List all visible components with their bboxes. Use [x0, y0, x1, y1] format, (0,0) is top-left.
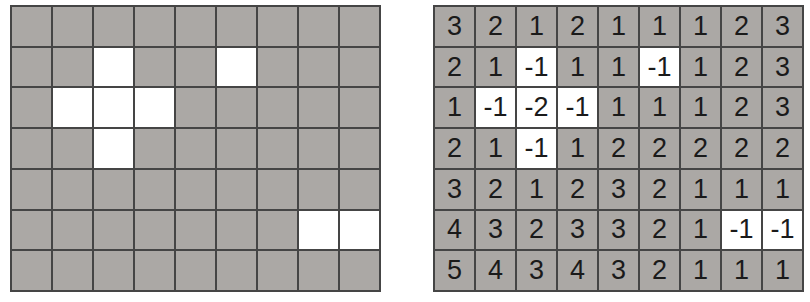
- cell-r3c4: [135, 88, 174, 127]
- cell-r3c7: 1: [681, 88, 720, 127]
- cell-r6c5: [176, 211, 215, 250]
- cell-r5c9: 1: [763, 170, 802, 209]
- cell-r3c5: [176, 88, 215, 127]
- cell-r4c4: [135, 129, 174, 168]
- cell-r4c3: -1: [517, 129, 556, 168]
- cell-r6c4: [135, 211, 174, 250]
- cell-r7c2: [53, 251, 92, 290]
- cell-r2c4: [135, 48, 174, 87]
- cell-r4c3: [94, 129, 133, 168]
- cell-r1c6: 1: [640, 7, 679, 46]
- cell-r2c8: 2: [722, 48, 761, 87]
- cell-r4c9: 2: [763, 129, 802, 168]
- cell-r3c7: [258, 88, 297, 127]
- cell-r1c8: 2: [722, 7, 761, 46]
- cell-r6c9: [340, 211, 379, 250]
- cell-r7c9: 1: [763, 251, 802, 290]
- cell-r7c4: [135, 251, 174, 290]
- cell-r6c2: 3: [476, 211, 515, 250]
- cell-r3c2: -1: [476, 88, 515, 127]
- cell-r2c5: [176, 48, 215, 87]
- cell-r6c7: 1: [681, 211, 720, 250]
- cell-r7c6: [217, 251, 256, 290]
- cell-r3c8: [299, 88, 338, 127]
- cell-r7c7: [258, 251, 297, 290]
- cell-r5c3: [94, 170, 133, 209]
- cell-r5c2: 2: [476, 170, 515, 209]
- cell-r7c1: 5: [435, 251, 474, 290]
- cell-r7c8: 1: [722, 251, 761, 290]
- cell-r5c7: 1: [681, 170, 720, 209]
- cell-r7c7: 1: [681, 251, 720, 290]
- cell-r3c6: 1: [640, 88, 679, 127]
- cell-r7c9: [340, 251, 379, 290]
- cell-r1c2: [53, 7, 92, 46]
- value-grid: 32121112321-111-11231-1-2-11112321-11222…: [433, 5, 804, 292]
- cell-r6c6: 2: [640, 211, 679, 250]
- cell-r4c1: 2: [435, 129, 474, 168]
- cell-r4c2: [53, 129, 92, 168]
- cell-r2c7: [258, 48, 297, 87]
- cell-r6c4: 3: [558, 211, 597, 250]
- cell-r2c3: [94, 48, 133, 87]
- cell-r4c8: 2: [722, 129, 761, 168]
- cell-r5c6: 2: [640, 170, 679, 209]
- cell-r1c2: 2: [476, 7, 515, 46]
- cell-r6c8: [299, 211, 338, 250]
- cell-r6c5: 3: [599, 211, 638, 250]
- cell-r5c1: 3: [435, 170, 474, 209]
- cell-r7c3: [94, 251, 133, 290]
- cell-r1c7: 1: [681, 7, 720, 46]
- cell-r1c1: [12, 7, 51, 46]
- cell-r4c4: 1: [558, 129, 597, 168]
- cell-r6c6: [217, 211, 256, 250]
- cell-r3c5: 1: [599, 88, 638, 127]
- cell-r7c8: [299, 251, 338, 290]
- cell-r1c8: [299, 7, 338, 46]
- cell-r4c6: [217, 129, 256, 168]
- cell-r2c8: [299, 48, 338, 87]
- cell-r4c5: [176, 129, 215, 168]
- cell-r2c9: [340, 48, 379, 87]
- cell-r3c3: -2: [517, 88, 556, 127]
- cell-r5c4: [135, 170, 174, 209]
- cell-r1c4: 2: [558, 7, 597, 46]
- mask-grid: [10, 5, 381, 292]
- cell-r4c1: [12, 129, 51, 168]
- cell-r6c9: -1: [763, 211, 802, 250]
- cell-r3c9: [340, 88, 379, 127]
- cell-r5c5: 3: [599, 170, 638, 209]
- cell-r2c6: -1: [640, 48, 679, 87]
- cell-r5c5: [176, 170, 215, 209]
- cell-r5c3: 1: [517, 170, 556, 209]
- cell-r3c9: 3: [763, 88, 802, 127]
- cell-r4c5: 2: [599, 129, 638, 168]
- cell-r3c4: -1: [558, 88, 597, 127]
- cell-r3c1: 1: [435, 88, 474, 127]
- cell-r4c9: [340, 129, 379, 168]
- cell-r3c3: [94, 88, 133, 127]
- cell-r1c4: [135, 7, 174, 46]
- cell-r6c3: 2: [517, 211, 556, 250]
- cell-r4c2: 1: [476, 129, 515, 168]
- cell-r5c9: [340, 170, 379, 209]
- cell-r1c5: [176, 7, 215, 46]
- cell-r2c9: 3: [763, 48, 802, 87]
- cell-r1c1: 3: [435, 7, 474, 46]
- cell-r2c2: 1: [476, 48, 515, 87]
- cell-r7c1: [12, 251, 51, 290]
- cell-r1c3: [94, 7, 133, 46]
- cell-r5c6: [217, 170, 256, 209]
- cell-r6c3: [94, 211, 133, 250]
- cell-r2c6: [217, 48, 256, 87]
- cell-r5c2: [53, 170, 92, 209]
- cell-r5c4: 2: [558, 170, 597, 209]
- cell-r7c5: 3: [599, 251, 638, 290]
- cell-r1c9: 3: [763, 7, 802, 46]
- cell-r7c2: 4: [476, 251, 515, 290]
- cell-r2c1: 2: [435, 48, 474, 87]
- cell-r6c8: -1: [722, 211, 761, 250]
- cell-r4c8: [299, 129, 338, 168]
- cell-r1c3: 1: [517, 7, 556, 46]
- cell-r7c6: 2: [640, 251, 679, 290]
- cell-r7c3: 3: [517, 251, 556, 290]
- cell-r2c5: 1: [599, 48, 638, 87]
- cell-r2c7: 1: [681, 48, 720, 87]
- cell-r6c1: 4: [435, 211, 474, 250]
- cell-r7c5: [176, 251, 215, 290]
- cell-r1c5: 1: [599, 7, 638, 46]
- cell-r6c7: [258, 211, 297, 250]
- cell-r3c2: [53, 88, 92, 127]
- cell-r4c7: [258, 129, 297, 168]
- cell-r1c6: [217, 7, 256, 46]
- cell-r2c4: 1: [558, 48, 597, 87]
- cell-r3c8: 2: [722, 88, 761, 127]
- cell-r4c7: 2: [681, 129, 720, 168]
- cell-r1c9: [340, 7, 379, 46]
- cell-r2c2: [53, 48, 92, 87]
- cell-r5c7: [258, 170, 297, 209]
- cell-r4c6: 2: [640, 129, 679, 168]
- cell-r5c1: [12, 170, 51, 209]
- cell-r6c1: [12, 211, 51, 250]
- cell-r3c1: [12, 88, 51, 127]
- cell-r1c7: [258, 7, 297, 46]
- cell-r5c8: 1: [722, 170, 761, 209]
- cell-r3c6: [217, 88, 256, 127]
- cell-r2c1: [12, 48, 51, 87]
- cell-r5c8: [299, 170, 338, 209]
- cell-r7c4: 4: [558, 251, 597, 290]
- cell-r2c3: -1: [517, 48, 556, 87]
- cell-r6c2: [53, 211, 92, 250]
